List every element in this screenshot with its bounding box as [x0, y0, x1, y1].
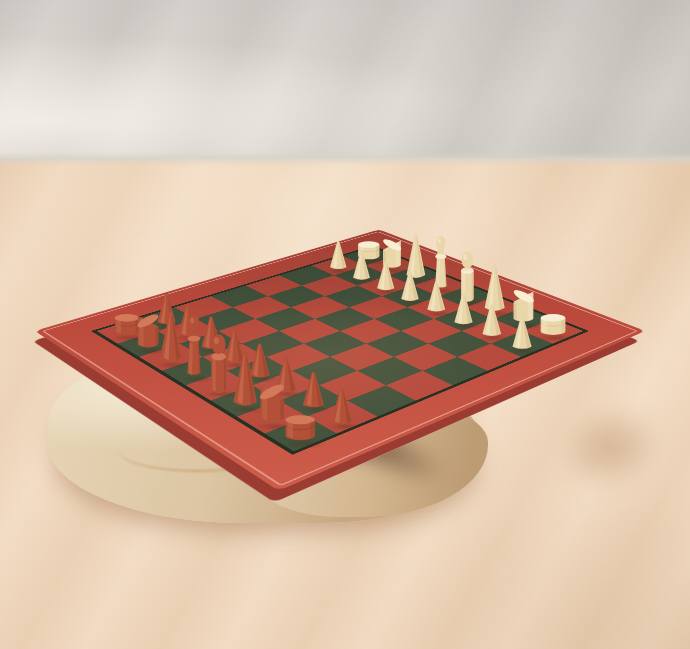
- square-c5[interactable]: [330, 344, 394, 371]
- backdrop-wall: [0, 0, 690, 160]
- square-b7[interactable]: [279, 385, 347, 416]
- scene: [0, 0, 690, 649]
- square-b6[interactable]: [319, 371, 386, 401]
- square-a5[interactable]: [386, 371, 453, 401]
- square-b8[interactable]: [237, 401, 307, 434]
- square-e8[interactable]: [162, 357, 227, 385]
- square-d6[interactable]: [266, 344, 330, 371]
- square-a2[interactable]: [491, 331, 553, 357]
- square-c4[interactable]: [366, 331, 428, 357]
- square-d5[interactable]: [304, 331, 366, 357]
- square-a6[interactable]: [348, 385, 416, 416]
- wall-floor-horizon: [0, 152, 690, 166]
- square-b3[interactable]: [428, 331, 490, 357]
- square-c8[interactable]: [211, 385, 279, 416]
- square-d7[interactable]: [227, 357, 292, 385]
- square-f8[interactable]: [139, 344, 203, 371]
- square-e7[interactable]: [203, 344, 267, 371]
- square-b4[interactable]: [394, 344, 458, 371]
- square-a8[interactable]: [265, 417, 337, 452]
- square-a4[interactable]: [422, 357, 487, 385]
- square-a7[interactable]: [307, 401, 377, 434]
- square-c6[interactable]: [292, 357, 357, 385]
- square-a3[interactable]: [457, 344, 521, 371]
- square-d8[interactable]: [186, 371, 253, 401]
- square-f7[interactable]: [180, 331, 242, 357]
- square-b5[interactable]: [357, 357, 422, 385]
- square-g8[interactable]: [117, 331, 179, 357]
- square-e6[interactable]: [242, 331, 304, 357]
- square-c7[interactable]: [252, 371, 319, 401]
